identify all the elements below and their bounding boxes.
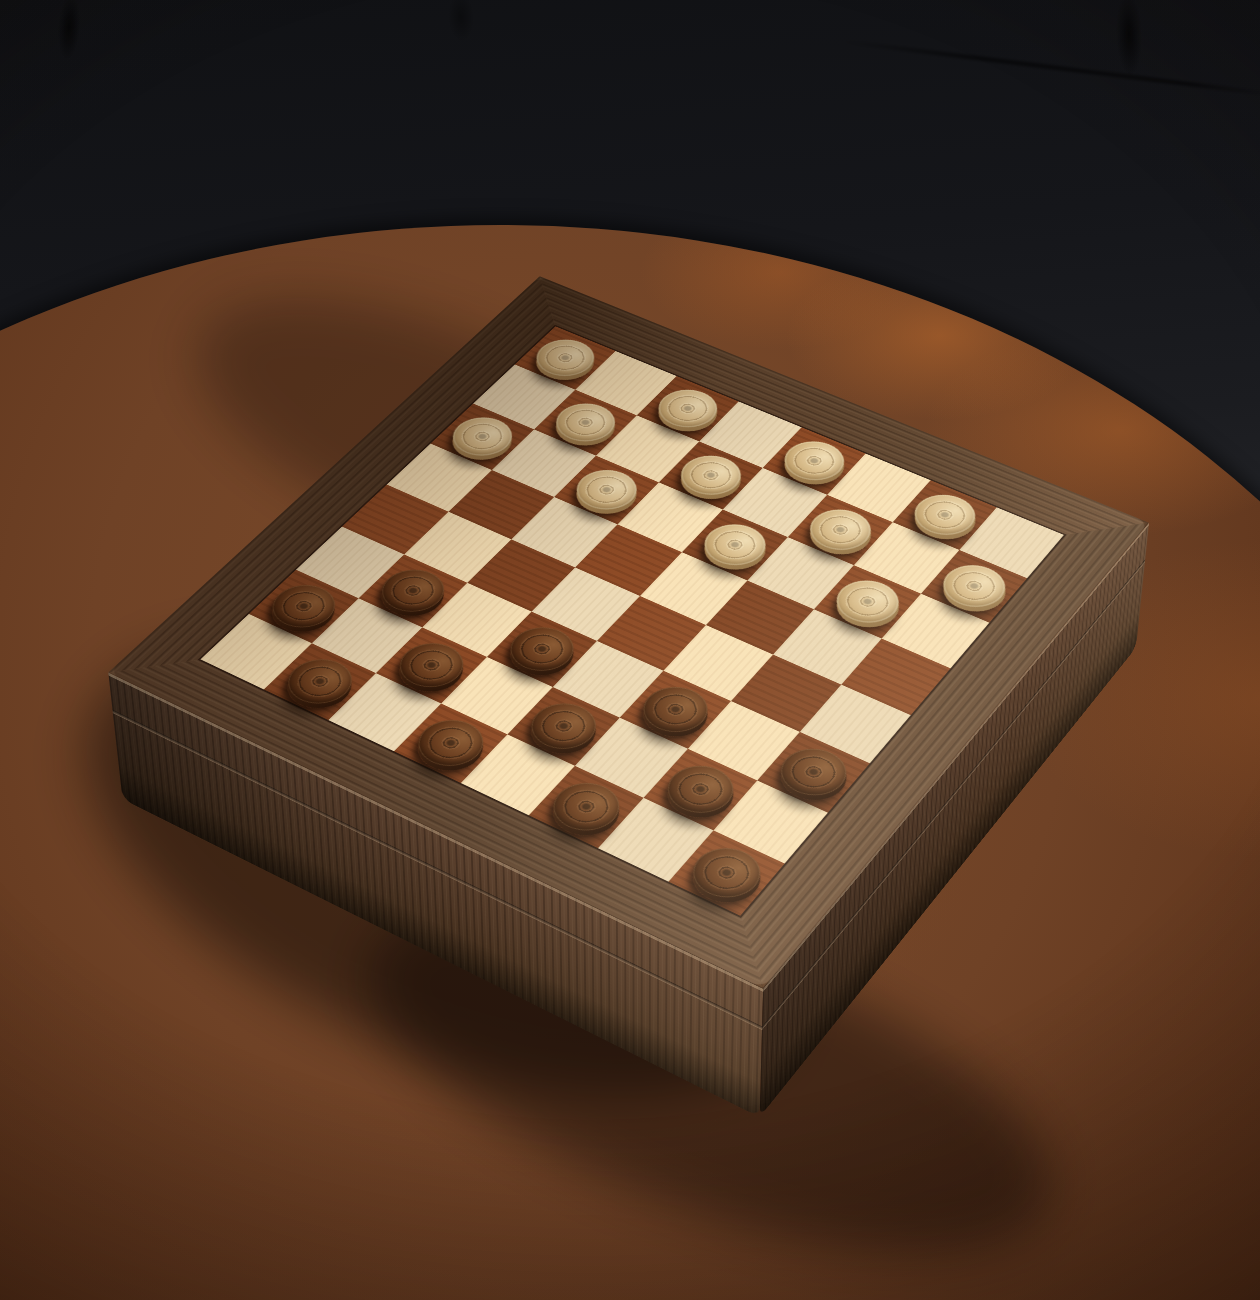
piece-slot-r8c5 (461, 734, 575, 815)
piece-top (406, 711, 496, 774)
piece-side (275, 656, 364, 717)
square-r8c7[interactable] (598, 798, 713, 882)
piece-side (387, 640, 475, 701)
piece-top (519, 695, 608, 758)
dark-man-r7c3[interactable] (387, 635, 475, 696)
square-r3c8[interactable] (882, 594, 990, 669)
square-r4c8[interactable] (841, 639, 950, 716)
dark-man-r7c5[interactable] (519, 695, 608, 758)
checkers-box (108, 276, 1149, 989)
square-r7c6[interactable] (575, 718, 688, 798)
piece-top (631, 679, 719, 741)
piece-slot-r4c8 (841, 639, 950, 716)
square-r6c7[interactable] (688, 701, 800, 780)
dark-man-r8c2[interactable] (275, 651, 364, 712)
piece-slot-r8c8 (669, 830, 785, 915)
piece-slot-r6c4 (487, 612, 597, 687)
piece-slot-r6c7 (688, 701, 800, 780)
square-r8c6[interactable] (529, 766, 644, 848)
piece-slot-r7c6 (575, 718, 688, 798)
square-r8c1[interactable] (200, 614, 311, 690)
square-r7c2[interactable] (312, 598, 422, 673)
piece-slot-r7c3 (376, 627, 487, 703)
dark-man-r8c8[interactable] (680, 839, 772, 907)
piece-side (769, 745, 859, 809)
piece-slot-r8c1 (200, 614, 311, 690)
square-r5c5[interactable] (597, 596, 706, 671)
piece-slot-r8c3 (328, 673, 441, 751)
square-r7c7[interactable] (644, 749, 758, 831)
piece-slot-r5c5 (597, 596, 706, 671)
piece-side (631, 683, 720, 745)
piece-side (680, 844, 772, 912)
piece-top (680, 839, 772, 907)
square-r8c4[interactable] (394, 703, 507, 783)
box-lid-top (108, 276, 1149, 989)
dark-man-r6c8[interactable] (769, 740, 858, 804)
piece-slot-r5c8 (800, 685, 911, 764)
piece-slot-r4c7 (773, 609, 882, 684)
piece-slot-r8c4 (394, 703, 507, 783)
product-photo-scene (0, 0, 1260, 1300)
piece-top (541, 774, 632, 839)
piece-slot-r6c5 (553, 641, 664, 718)
square-r7c3[interactable] (376, 627, 487, 703)
piece-slot-r8c2 (264, 643, 376, 720)
piece-slot-r7c8 (713, 780, 827, 863)
square-r8c8[interactable] (669, 830, 785, 915)
piece-slot-r6c6 (620, 671, 731, 749)
dark-man-r6c6[interactable] (631, 679, 719, 741)
piece-top (655, 757, 745, 822)
square-r5c8[interactable] (800, 685, 911, 764)
square-r8c5[interactable] (461, 734, 575, 815)
square-r5c6[interactable] (663, 625, 773, 701)
piece-slot-r5c7 (731, 655, 841, 732)
piece-slot-r7c4 (441, 657, 553, 734)
piece-side (655, 762, 745, 827)
square-r7c4[interactable] (441, 657, 553, 734)
piece-slot-r7c5 (507, 687, 619, 766)
piece-top (275, 651, 364, 712)
square-r6c5[interactable] (553, 641, 664, 718)
square-r7c5[interactable] (507, 687, 619, 766)
square-r4c7[interactable] (773, 609, 882, 684)
square-r8c3[interactable] (328, 673, 441, 751)
dark-man-r8c4[interactable] (406, 711, 496, 774)
dark-man-r8c6[interactable] (541, 774, 632, 839)
perspective-wrapper (0, 0, 1260, 1300)
square-r6c6[interactable] (620, 671, 731, 749)
square-r8c2[interactable] (264, 643, 376, 720)
dark-man-r7c7[interactable] (655, 757, 745, 822)
piece-top (769, 740, 858, 804)
piece-slot-r7c2 (312, 598, 422, 673)
square-r5c7[interactable] (731, 655, 841, 732)
dark-man-r6c4[interactable] (498, 619, 585, 679)
piece-slot-r3c8 (882, 594, 990, 669)
piece-slot-r6c8 (757, 732, 870, 813)
piece-slot-r7c7 (644, 749, 758, 831)
piece-side (519, 700, 608, 763)
piece-slot-r5c6 (663, 625, 773, 701)
square-r6c4[interactable] (487, 612, 597, 687)
piece-side (405, 716, 495, 779)
square-r7c8[interactable] (713, 780, 827, 863)
piece-top (387, 635, 475, 696)
piece-side (498, 624, 586, 684)
piece-slot-r8c7 (598, 798, 713, 882)
piece-top (498, 619, 585, 679)
square-r6c8[interactable] (757, 732, 870, 813)
piece-slot-r8c6 (529, 766, 644, 848)
piece-side (540, 779, 631, 845)
